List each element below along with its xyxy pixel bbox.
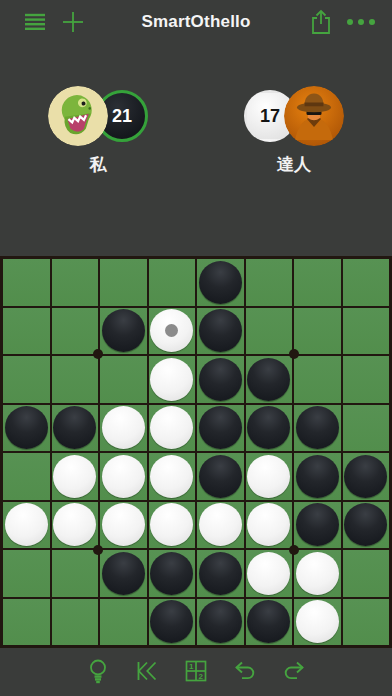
cell-g5[interactable] [294, 453, 341, 500]
white-disc-d6 [150, 503, 193, 546]
black-disc-f8 [247, 600, 290, 643]
player-left: 21 私 [0, 86, 196, 176]
white-disc-d3 [150, 358, 193, 401]
black-disc-e8 [199, 600, 242, 643]
player-right: 17 [196, 86, 392, 176]
share-button[interactable] [310, 9, 332, 35]
cell-a5[interactable] [3, 453, 50, 500]
cell-c5[interactable] [100, 453, 147, 500]
cell-e7[interactable] [197, 550, 244, 597]
cell-c8[interactable] [100, 599, 147, 646]
cell-b1[interactable] [52, 259, 99, 306]
cell-a1[interactable] [3, 259, 50, 306]
cell-c6[interactable] [100, 502, 147, 549]
bottom-toolbar: 1 2 [0, 648, 392, 694]
hint-button[interactable] [85, 658, 111, 684]
cell-b2[interactable] [52, 308, 99, 355]
cell-h6[interactable] [343, 502, 390, 549]
star-point-top-right [289, 349, 299, 359]
more-button[interactable] [346, 18, 376, 26]
player-right-avatar-detective [284, 86, 344, 146]
cell-f7[interactable] [246, 550, 293, 597]
menu-button[interactable] [24, 13, 46, 31]
cell-c3[interactable] [100, 356, 147, 403]
cell-b8[interactable] [52, 599, 99, 646]
white-disc-a6 [5, 503, 48, 546]
cell-a6[interactable] [3, 502, 50, 549]
hamburger-menu-icon [24, 13, 46, 31]
black-disc-h6 [344, 503, 387, 546]
cell-h7[interactable] [343, 550, 390, 597]
cell-h1[interactable] [343, 259, 390, 306]
cell-e4[interactable] [197, 405, 244, 452]
star-point-bottom-left [93, 545, 103, 555]
redo-button[interactable] [281, 658, 307, 684]
black-disc-e7 [199, 552, 242, 595]
cell-e6[interactable] [197, 502, 244, 549]
cell-b5[interactable] [52, 453, 99, 500]
cell-g6[interactable] [294, 502, 341, 549]
cell-h5[interactable] [343, 453, 390, 500]
black-disc-e1 [199, 261, 242, 304]
cell-e2[interactable] [197, 308, 244, 355]
cell-d7[interactable] [149, 550, 196, 597]
black-disc-e5 [199, 455, 242, 498]
white-disc-f5 [247, 455, 290, 498]
white-disc-c6 [102, 503, 145, 546]
black-disc-e4 [199, 406, 242, 449]
white-disc-e6 [199, 503, 242, 546]
black-disc-g4 [296, 406, 339, 449]
cell-e8[interactable] [197, 599, 244, 646]
cell-c1[interactable] [100, 259, 147, 306]
ellipsis-icon [346, 18, 376, 26]
player-left-avatar-dinosaur [48, 86, 108, 146]
white-disc-g7 [296, 552, 339, 595]
cell-f8[interactable] [246, 599, 293, 646]
player-right-score: 17 [260, 106, 280, 127]
star-point-bottom-right [289, 545, 299, 555]
cell-a4[interactable] [3, 405, 50, 452]
new-game-button[interactable] [62, 11, 84, 33]
svg-text:2: 2 [199, 672, 204, 681]
black-disc-e2 [199, 309, 242, 352]
white-disc-d4 [150, 406, 193, 449]
star-point-top-left [93, 349, 103, 359]
cell-c7[interactable] [100, 550, 147, 597]
black-disc-h5 [344, 455, 387, 498]
cell-g2[interactable] [294, 308, 341, 355]
cell-a8[interactable] [3, 599, 50, 646]
cell-g3[interactable] [294, 356, 341, 403]
player-left-score: 21 [112, 106, 132, 127]
move-list-button[interactable]: 1 2 [183, 658, 209, 684]
cell-a7[interactable] [3, 550, 50, 597]
white-disc-f6 [247, 503, 290, 546]
cell-f5[interactable] [246, 453, 293, 500]
white-disc-g8 [296, 600, 339, 643]
skip-to-start-button[interactable] [134, 658, 160, 684]
last-move-marker [165, 324, 178, 337]
cell-a3[interactable] [3, 356, 50, 403]
grid-1-2-icon: 1 2 [183, 658, 209, 684]
black-disc-a4 [5, 406, 48, 449]
cell-d3[interactable] [149, 356, 196, 403]
cell-h3[interactable] [343, 356, 390, 403]
board [0, 256, 392, 648]
cell-b3[interactable] [52, 356, 99, 403]
cell-f2[interactable] [246, 308, 293, 355]
cell-d1[interactable] [149, 259, 196, 306]
cell-c4[interactable] [100, 405, 147, 452]
cell-g4[interactable] [294, 405, 341, 452]
black-disc-f3 [247, 358, 290, 401]
cell-h4[interactable] [343, 405, 390, 452]
white-disc-c4 [102, 406, 145, 449]
black-disc-g6 [296, 503, 339, 546]
cell-b6[interactable] [52, 502, 99, 549]
share-icon [310, 9, 332, 35]
players-row: 21 私 17 [0, 86, 392, 176]
cell-d6[interactable] [149, 502, 196, 549]
white-disc-c5 [102, 455, 145, 498]
curved-arrow-left-icon [232, 658, 258, 684]
cell-e5[interactable] [197, 453, 244, 500]
svg-text:1: 1 [189, 662, 194, 671]
black-disc-e3 [199, 358, 242, 401]
black-disc-b4 [53, 406, 96, 449]
white-disc-b5 [53, 455, 96, 498]
black-disc-f4 [247, 406, 290, 449]
black-disc-c7 [102, 552, 145, 595]
player-left-name: 私 [90, 153, 107, 176]
white-disc-d2 [150, 309, 193, 352]
cell-b7[interactable] [52, 550, 99, 597]
curved-arrow-right-icon [281, 658, 307, 684]
lightbulb-icon [85, 658, 111, 684]
cell-d4[interactable] [149, 405, 196, 452]
black-disc-d7 [150, 552, 193, 595]
cell-b4[interactable] [52, 405, 99, 452]
top-bar: SmartOthello [0, 0, 392, 44]
black-disc-c2 [102, 309, 145, 352]
player-right-name: 達人 [277, 153, 311, 176]
cell-g7[interactable] [294, 550, 341, 597]
smartothello-app: SmartOthello [0, 0, 392, 696]
cell-e3[interactable] [197, 356, 244, 403]
white-disc-b6 [53, 503, 96, 546]
cell-f3[interactable] [246, 356, 293, 403]
cell-f6[interactable] [246, 502, 293, 549]
cell-f4[interactable] [246, 405, 293, 452]
cell-d8[interactable] [149, 599, 196, 646]
cell-c2[interactable] [100, 308, 147, 355]
cell-g1[interactable] [294, 259, 341, 306]
cell-d2[interactable] [149, 308, 196, 355]
white-disc-d5 [150, 455, 193, 498]
cell-g8[interactable] [294, 599, 341, 646]
white-disc-f7 [247, 552, 290, 595]
cell-h8[interactable] [343, 599, 390, 646]
black-disc-g5 [296, 455, 339, 498]
black-disc-d8 [150, 600, 193, 643]
cell-a2[interactable] [3, 308, 50, 355]
plus-icon [62, 11, 84, 33]
bar-double-chevron-left-icon [134, 658, 160, 684]
cell-d5[interactable] [149, 453, 196, 500]
cell-f1[interactable] [246, 259, 293, 306]
cell-h2[interactable] [343, 308, 390, 355]
cell-e1[interactable] [197, 259, 244, 306]
undo-button[interactable] [232, 658, 258, 684]
